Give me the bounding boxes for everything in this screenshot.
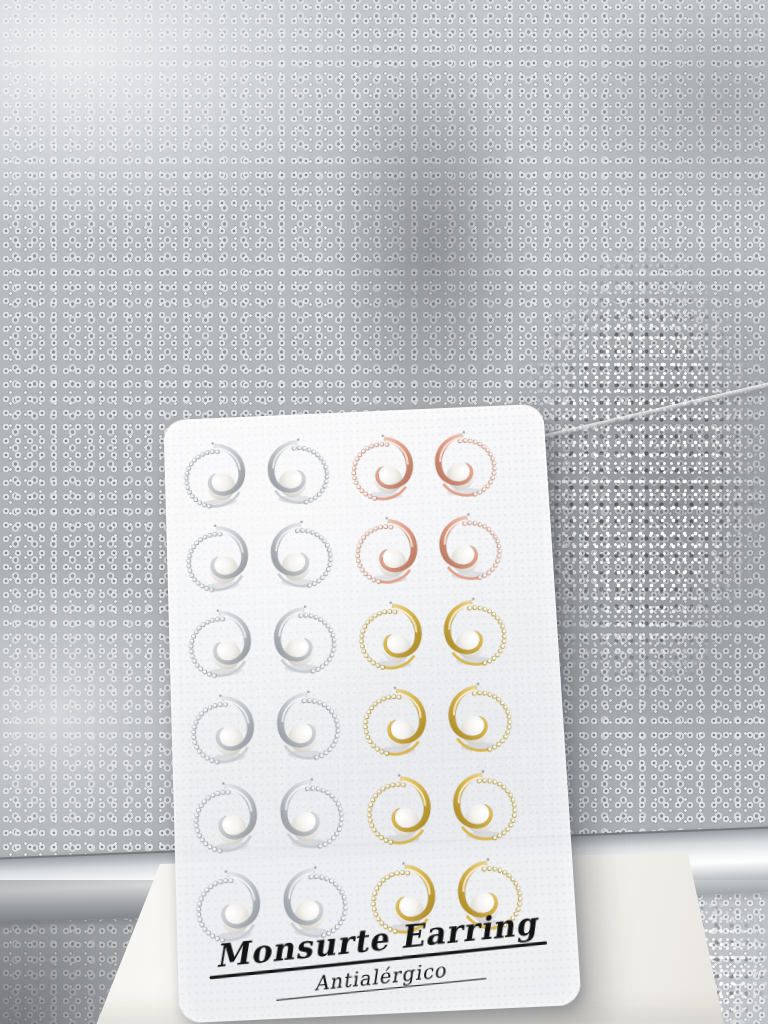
earring-graphic: [443, 766, 529, 851]
earring-graphic: [438, 680, 523, 764]
earring-display-card: Monsurte Earring Antialérgico: [163, 404, 581, 1024]
earring-graphic: [429, 510, 513, 591]
earring-rose-gold-r1c4: [422, 424, 510, 510]
earring-graphic: [425, 427, 508, 507]
earring-graphic: [342, 432, 423, 510]
earring-silver-r3c2: [261, 598, 350, 687]
earring-graphic: [264, 602, 346, 683]
earring-gold-r4c4: [435, 676, 526, 767]
earring-graphic: [176, 603, 264, 691]
earring-gold-r5c3: [354, 767, 445, 859]
earring-gold-r5c4: [440, 763, 531, 855]
earring-rose-gold-r1c3: [339, 428, 427, 514]
earring-graphic: [270, 775, 354, 859]
earring-gold-r4c3: [350, 680, 440, 771]
earring-rose-gold-r2c4: [426, 507, 515, 595]
earring-graphic: [258, 436, 339, 514]
earring-silver-r2c2: [258, 514, 346, 602]
earring-silver-r1c2: [255, 431, 342, 517]
earring-silver-r5c1: [181, 775, 270, 867]
earring-graphic: [346, 514, 428, 594]
earring-graphic: [179, 688, 268, 777]
earring-graphic: [267, 688, 350, 770]
earring-graphic: [181, 775, 270, 866]
earring-silver-r2c1: [174, 518, 261, 606]
earring-silver-r5c2: [267, 771, 357, 863]
earring-silver-r1c1: [172, 435, 258, 521]
earring-rose-gold-r2c3: [342, 510, 430, 598]
earring-graphic: [434, 594, 518, 676]
earring-gold-r3c4: [431, 591, 521, 680]
earring-graphic: [357, 771, 441, 855]
earring-graphic: [261, 518, 343, 597]
earring-graphic: [353, 684, 436, 766]
earring-graphic: [172, 436, 258, 521]
earring-graphic: [174, 519, 261, 605]
earring-grid: [172, 424, 537, 957]
earring-silver-r3c1: [176, 602, 264, 691]
earring-silver-r4c1: [179, 688, 268, 779]
product-photo-scene: Monsurte Earring Antialérgico: [0, 0, 768, 1024]
earring-gold-r3c3: [346, 594, 435, 683]
earring-silver-r4c2: [264, 684, 353, 775]
earring-graphic: [349, 599, 431, 680]
